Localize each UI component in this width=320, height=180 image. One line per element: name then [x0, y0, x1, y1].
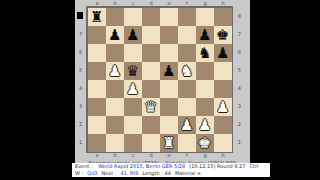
rank-label-4: 4 — [75, 79, 86, 97]
piece-wp-h3: ♟ — [216, 98, 229, 116]
square-h6: ♟ — [214, 44, 232, 62]
rank-label-3: 3 — [234, 97, 245, 115]
rank-label-3: 3 — [75, 97, 86, 115]
file-label-e: e — [160, 152, 178, 159]
square-d4 — [142, 80, 160, 98]
event-name: World Rapid 2015, Berlin GER 5/28 — [98, 163, 185, 169]
square-h3: ♟ — [214, 98, 232, 116]
square-e8 — [160, 8, 178, 26]
rank-label-2: 2 — [75, 115, 86, 133]
square-h5 — [214, 62, 232, 80]
piece-bp-g7: ♟ — [198, 26, 211, 44]
square-a4 — [88, 80, 106, 98]
file-label-a: a — [88, 0, 106, 7]
piece-br-a8: ♜ — [90, 8, 103, 26]
material-label: Material = — [175, 170, 201, 176]
event-label: Event : — [75, 163, 94, 169]
square-g3 — [196, 98, 214, 116]
square-a3 — [88, 98, 106, 116]
last-move-label: W : — [75, 170, 83, 176]
square-g4 — [196, 80, 214, 98]
square-e1: ♜ — [160, 134, 178, 152]
square-e6 — [160, 44, 178, 62]
square-h1 — [214, 134, 232, 152]
rank-label-7: 7 — [75, 25, 86, 43]
file-labels-top: abcdefgh — [75, 0, 250, 7]
piece-wp-c4: ♟ — [126, 80, 139, 98]
square-g6: ♞ — [196, 44, 214, 62]
file-label-e: e — [160, 0, 178, 7]
square-b1 — [106, 134, 124, 152]
square-b2 — [106, 116, 124, 134]
file-label-d: d — [142, 0, 160, 7]
piece-bp-c7: ♟ — [126, 26, 139, 44]
piece-bn-g6: ♞ — [198, 44, 211, 62]
square-f1 — [178, 134, 196, 152]
rank-labels-right: 87654321 — [232, 7, 250, 152]
square-c4: ♟ — [124, 80, 142, 98]
status-line: W :Qd3Next :41. Rf8Length : 44Material = — [75, 170, 267, 177]
last-move-value: Qd3 — [87, 170, 97, 176]
square-c6 — [124, 44, 142, 62]
file-label-g: g — [196, 0, 214, 7]
square-f8 — [178, 8, 196, 26]
piece-bp-b7: ♟ — [108, 26, 121, 44]
piece-wp-f2: ♟ — [180, 116, 193, 134]
square-c1 — [124, 134, 142, 152]
square-c2 — [124, 116, 142, 134]
event-date-round: (10.12.15) Round 9.27 — [189, 163, 245, 169]
square-b8 — [106, 8, 124, 26]
file-label-h: h — [214, 0, 232, 7]
piece-wr-e1: ♜ — [162, 134, 175, 152]
square-g5 — [196, 62, 214, 80]
square-a2 — [88, 116, 106, 134]
next-move-value: 41. Rf8 — [120, 170, 138, 176]
rank-label-2: 2 — [234, 115, 245, 133]
square-g1: ♚ — [196, 134, 214, 152]
piece-bp-h6: ♟ — [216, 44, 229, 62]
square-e2 — [160, 116, 178, 134]
square-d6 — [142, 44, 160, 62]
square-e7 — [160, 26, 178, 44]
square-e5: ♟ — [160, 62, 178, 80]
square-a8: ♜ — [88, 8, 106, 26]
square-b3 — [106, 98, 124, 116]
square-f2: ♟ — [178, 116, 196, 134]
square-c7: ♟ — [124, 26, 142, 44]
file-label-g: g — [196, 152, 214, 159]
rank-label-8: 8 — [234, 7, 245, 25]
rank-label-5: 5 — [234, 61, 245, 79]
rank-labels-left: 87654321 — [75, 7, 87, 152]
square-e4 — [160, 80, 178, 98]
square-h8 — [214, 8, 232, 26]
square-a1 — [88, 134, 106, 152]
rank-label-6: 6 — [75, 43, 86, 61]
square-f5: ♞ — [178, 62, 196, 80]
piece-wk-g1: ♚ — [198, 134, 211, 152]
file-label-f: f — [178, 152, 196, 159]
piece-wp-g2: ♟ — [198, 116, 211, 134]
file-label-b: b — [106, 152, 124, 159]
piece-bp-e5: ♟ — [162, 62, 175, 80]
square-d1 — [142, 134, 160, 152]
square-d2 — [142, 116, 160, 134]
rank-label-7: 7 — [234, 25, 245, 43]
square-f6 — [178, 44, 196, 62]
square-a5 — [88, 62, 106, 80]
file-label-a: a — [88, 152, 106, 159]
square-g2: ♟ — [196, 116, 214, 134]
piece-wp-b5: ♟ — [108, 62, 121, 80]
file-labels-bottom: abcdefgh — [75, 152, 250, 159]
game-info-panel: Event : World Rapid 2015, Berlin GER 5/2… — [72, 163, 270, 177]
square-b7: ♟ — [106, 26, 124, 44]
square-e3 — [160, 98, 178, 116]
square-g8 — [196, 8, 214, 26]
square-b4 — [106, 80, 124, 98]
rank-label-6: 6 — [234, 43, 245, 61]
black-to-move-indicator — [77, 12, 83, 19]
rank-label-5: 5 — [75, 61, 86, 79]
square-d3: ♛ — [142, 98, 160, 116]
length-label: Length : 44 — [142, 170, 170, 176]
file-label-d: d — [142, 152, 160, 159]
square-f4 — [178, 80, 196, 98]
square-a7 — [88, 26, 106, 44]
file-label-b: b — [106, 0, 124, 7]
next-move-label: Next : — [102, 170, 117, 176]
square-f7 — [178, 26, 196, 44]
rank-label-1: 1 — [75, 133, 86, 151]
square-b6 — [106, 44, 124, 62]
board-panel: abcdefgh 87654321 ♜♟♟♟♚♞♟♟♛♟♞♟♛♟♟♟♜♚ 876… — [75, 0, 250, 163]
square-d8 — [142, 8, 160, 26]
rank-label-4: 4 — [234, 79, 245, 97]
event-line: Event : World Rapid 2015, Berlin GER 5/2… — [75, 163, 267, 170]
square-d5 — [142, 62, 160, 80]
square-a6 — [88, 44, 106, 62]
file-label-f: f — [178, 0, 196, 7]
chessboard: ♜♟♟♟♚♞♟♟♛♟♞♟♛♟♟♟♜♚ — [87, 7, 232, 152]
square-f3 — [178, 98, 196, 116]
piece-wn-f5: ♞ — [180, 62, 193, 80]
square-g7: ♟ — [196, 26, 214, 44]
square-c8 — [124, 8, 142, 26]
piece-bk-h7: ♚ — [216, 26, 229, 44]
file-label-c: c — [124, 0, 142, 7]
file-label-c: c — [124, 152, 142, 159]
square-h4 — [214, 80, 232, 98]
square-h2 — [214, 116, 232, 134]
piece-bq-c5: ♛ — [126, 62, 139, 80]
piece-wq-d3: ♛ — [144, 98, 157, 116]
rank-label-1: 1 — [234, 133, 245, 151]
file-label-h: h — [214, 152, 232, 159]
event-ctrl: Ctrl — [250, 163, 259, 169]
square-h7: ♚ — [214, 26, 232, 44]
square-c5: ♛ — [124, 62, 142, 80]
square-d7 — [142, 26, 160, 44]
square-b5: ♟ — [106, 62, 124, 80]
square-c3 — [124, 98, 142, 116]
